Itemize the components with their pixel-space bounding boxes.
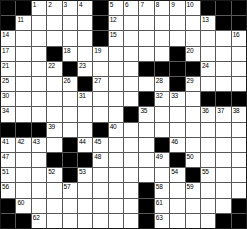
grid-cell[interactable]: [47, 138, 61, 152]
clue-number: 33: [171, 92, 178, 99]
grid-cell[interactable]: 40: [109, 123, 123, 137]
grid-cell[interactable]: [16, 31, 30, 45]
grid-cell[interactable]: 53: [78, 168, 92, 182]
block-cell: [170, 62, 184, 76]
grid-cell[interactable]: [32, 16, 46, 30]
grid-cell[interactable]: 35: [139, 107, 153, 121]
grid-cell[interactable]: [232, 138, 246, 152]
grid-cell[interactable]: 1: [32, 1, 46, 15]
grid-cell[interactable]: [170, 31, 184, 45]
block-cell: [201, 1, 215, 15]
grid-cell[interactable]: [124, 62, 138, 76]
grid-cell[interactable]: [155, 47, 169, 61]
grid-cell[interactable]: [109, 77, 123, 91]
block-cell: [1, 123, 15, 137]
grid-cell[interactable]: 52: [47, 168, 61, 182]
clue-number: 20: [187, 47, 194, 54]
block-cell: [232, 92, 246, 106]
grid-cell[interactable]: [155, 31, 169, 45]
grid-cell[interactable]: 2: [47, 1, 61, 15]
clue-number: 32: [156, 92, 163, 99]
grid-cell[interactable]: [139, 123, 153, 137]
block-cell: [186, 62, 200, 76]
clue-number: 13: [202, 16, 209, 23]
block-cell: [16, 123, 30, 137]
grid-cell[interactable]: [63, 16, 77, 30]
block-cell: [63, 138, 77, 152]
block-cell: [1, 214, 15, 228]
grid-cell[interactable]: 42: [16, 138, 30, 152]
grid-cell[interactable]: 8: [155, 1, 169, 15]
grid-cell[interactable]: 29: [186, 77, 200, 91]
grid-cell[interactable]: [109, 214, 123, 228]
clue-number: 38: [233, 107, 240, 114]
grid-cell[interactable]: [47, 107, 61, 121]
grid-cell[interactable]: [32, 183, 46, 197]
block-cell: [63, 168, 77, 182]
grid-cell[interactable]: [216, 168, 230, 182]
grid-cell[interactable]: [170, 107, 184, 121]
block-cell: [63, 62, 77, 76]
grid-cell[interactable]: [93, 214, 107, 228]
clue-number: 48: [94, 153, 101, 160]
grid-cell[interactable]: [124, 214, 138, 228]
clue-number: 9: [171, 1, 174, 8]
grid-cell[interactable]: [47, 16, 61, 30]
grid-cell[interactable]: [124, 47, 138, 61]
grid-cell[interactable]: [63, 92, 77, 106]
grid-cell[interactable]: [139, 31, 153, 45]
grid-cell[interactable]: [201, 47, 215, 61]
grid-cell[interactable]: [47, 77, 61, 91]
grid-cell[interactable]: [170, 123, 184, 137]
grid-cell[interactable]: [232, 123, 246, 137]
grid-cell[interactable]: [124, 138, 138, 152]
grid-cell[interactable]: [93, 107, 107, 121]
clue-number: 61: [156, 199, 163, 206]
clue-number: 18: [64, 47, 71, 54]
grid-cell[interactable]: [32, 168, 46, 182]
clue-number: 4: [79, 1, 82, 8]
grid-cell[interactable]: [232, 183, 246, 197]
clue-number: 50: [187, 153, 194, 160]
grid-cell[interactable]: [32, 31, 46, 45]
grid-cell[interactable]: [216, 123, 230, 137]
block-cell: [16, 1, 30, 15]
grid-cell[interactable]: 13: [201, 16, 215, 30]
clue-number: 26: [64, 77, 71, 84]
grid-cell[interactable]: [93, 92, 107, 106]
clue-number: 40: [110, 123, 117, 130]
grid-cell[interactable]: [78, 214, 92, 228]
grid-cell[interactable]: 11: [16, 16, 30, 30]
grid-cell[interactable]: 24: [201, 62, 215, 76]
block-cell: [124, 107, 138, 121]
clue-number: 57: [64, 183, 71, 190]
grid-cell[interactable]: 32: [155, 92, 169, 106]
grid-cell[interactable]: [93, 183, 107, 197]
grid-cell[interactable]: [124, 123, 138, 137]
grid-cell[interactable]: [16, 183, 30, 197]
grid-cell[interactable]: [47, 31, 61, 45]
clue-number: 53: [79, 168, 86, 175]
block-cell: [216, 1, 230, 15]
grid-cell[interactable]: [109, 107, 123, 121]
grid-cell[interactable]: [63, 199, 77, 213]
grid-cell[interactable]: [78, 107, 92, 121]
clue-number: 36: [202, 107, 209, 114]
grid-cell[interactable]: [186, 123, 200, 137]
grid-cell[interactable]: [232, 62, 246, 76]
grid-cell[interactable]: 60: [16, 199, 30, 213]
grid-cell[interactable]: [63, 123, 77, 137]
clue-number: 34: [2, 107, 9, 114]
grid-cell[interactable]: [109, 47, 123, 61]
block-cell: [93, 123, 107, 137]
grid-cell[interactable]: [78, 199, 92, 213]
block-cell: [216, 214, 230, 228]
clue-number: 49: [156, 153, 163, 160]
clue-number: 41: [2, 138, 9, 145]
clue-number: 55: [202, 168, 209, 175]
grid-cell[interactable]: [139, 138, 153, 152]
block-cell: [232, 1, 246, 15]
grid-cell[interactable]: 27: [93, 77, 107, 91]
grid-cell[interactable]: 7: [139, 1, 153, 15]
grid-cell[interactable]: [63, 214, 77, 228]
clue-number: 54: [171, 168, 178, 175]
grid-cell[interactable]: [124, 16, 138, 30]
grid-cell[interactable]: [216, 199, 230, 213]
block-cell: [93, 31, 107, 45]
clue-number: 52: [48, 168, 55, 175]
clue-number: 28: [156, 77, 163, 84]
grid-cell[interactable]: 47: [1, 153, 15, 167]
grid-cell[interactable]: [47, 183, 61, 197]
grid-cell[interactable]: 56: [1, 183, 15, 197]
grid-cell[interactable]: [32, 92, 46, 106]
grid-cell[interactable]: [93, 199, 107, 213]
block-cell: [63, 153, 77, 167]
grid-cell[interactable]: 58: [155, 183, 169, 197]
grid-cell[interactable]: [170, 214, 184, 228]
grid-cell[interactable]: 20: [186, 47, 200, 61]
grid-cell[interactable]: [155, 107, 169, 121]
grid-cell[interactable]: 6: [124, 1, 138, 15]
grid-cell[interactable]: 22: [47, 62, 61, 76]
block-cell: [170, 153, 184, 167]
clue-number: 43: [33, 138, 40, 145]
clue-number: 58: [156, 183, 163, 190]
grid-cell[interactable]: 51: [1, 168, 15, 182]
grid-cell[interactable]: [32, 153, 46, 167]
grid-cell[interactable]: 48: [93, 153, 107, 167]
clue-number: 63: [156, 214, 163, 221]
grid-cell[interactable]: [201, 214, 215, 228]
grid-cell[interactable]: [78, 47, 92, 61]
crossword-grid: 1234567891011121314151617181920212223242…: [0, 0, 247, 229]
grid-cell[interactable]: [216, 62, 230, 76]
grid-cell[interactable]: [201, 199, 215, 213]
grid-cell[interactable]: [186, 199, 200, 213]
grid-cell[interactable]: [201, 153, 215, 167]
grid-cell[interactable]: [109, 92, 123, 106]
grid-cell[interactable]: [124, 168, 138, 182]
grid-cell[interactable]: 23: [78, 62, 92, 76]
grid-cell[interactable]: [124, 31, 138, 45]
grid-cell[interactable]: [47, 92, 61, 106]
grid-cell[interactable]: [124, 77, 138, 91]
clue-number: 27: [94, 77, 101, 84]
grid-cell[interactable]: [16, 62, 30, 76]
grid-cell[interactable]: [16, 92, 30, 106]
grid-cell[interactable]: [47, 199, 61, 213]
grid-cell[interactable]: [124, 199, 138, 213]
block-cell: [155, 62, 169, 76]
grid-cell[interactable]: 10: [186, 1, 200, 15]
grid-cell[interactable]: 39: [47, 123, 61, 137]
clue-number: 5: [110, 1, 113, 8]
clue-number: 60: [17, 199, 24, 206]
grid-cell[interactable]: [109, 168, 123, 182]
grid-cell[interactable]: 59: [186, 183, 200, 197]
block-cell: [47, 153, 61, 167]
grid-cell[interactable]: 25: [1, 77, 15, 91]
grid-cell[interactable]: 9: [170, 1, 184, 15]
block-cell: [1, 16, 15, 30]
grid-cell[interactable]: [32, 107, 46, 121]
block-cell: [139, 183, 153, 197]
grid-cell[interactable]: [16, 107, 30, 121]
grid-cell[interactable]: [63, 107, 77, 121]
clue-number: 42: [17, 138, 24, 145]
grid-cell[interactable]: [139, 168, 153, 182]
grid-cell[interactable]: [78, 16, 92, 30]
clue-number: 1: [33, 1, 36, 8]
clue-number: 35: [140, 107, 147, 114]
clue-number: 45: [94, 138, 101, 145]
grid-cell[interactable]: [170, 16, 184, 30]
clue-number: 3: [64, 1, 67, 8]
grid-cell[interactable]: 21: [1, 62, 15, 76]
grid-cell[interactable]: 49: [155, 153, 169, 167]
grid-cell[interactable]: [16, 77, 30, 91]
grid-cell[interactable]: [16, 153, 30, 167]
clue-number: 22: [48, 62, 55, 69]
clue-number: 29: [187, 77, 194, 84]
grid-cell[interactable]: [186, 92, 200, 106]
grid-cell[interactable]: [47, 214, 61, 228]
clue-number: 62: [33, 214, 40, 221]
clue-number: 25: [2, 77, 9, 84]
block-cell: [1, 199, 15, 213]
grid-cell[interactable]: 44: [78, 138, 92, 152]
clue-number: 15: [110, 31, 117, 38]
grid-cell[interactable]: 26: [63, 77, 77, 91]
grid-cell[interactable]: [201, 77, 215, 91]
block-cell: [47, 47, 61, 61]
grid-cell[interactable]: [16, 168, 30, 182]
grid-cell[interactable]: 5: [109, 1, 123, 15]
grid-cell[interactable]: [139, 77, 153, 91]
grid-cell[interactable]: [109, 62, 123, 76]
grid-cell[interactable]: [124, 153, 138, 167]
grid-cell[interactable]: 45: [93, 138, 107, 152]
grid-cell[interactable]: 57: [63, 183, 77, 197]
block-cell: [232, 199, 246, 213]
clue-number: 24: [202, 62, 209, 69]
grid-cell[interactable]: [216, 31, 230, 45]
grid-cell[interactable]: 63: [155, 214, 169, 228]
grid-cell[interactable]: 14: [1, 31, 15, 45]
grid-cell[interactable]: [186, 214, 200, 228]
grid-cell[interactable]: 19: [93, 47, 107, 61]
grid-cell[interactable]: 50: [186, 153, 200, 167]
clue-number: 39: [48, 123, 55, 130]
block-cell: [78, 77, 92, 91]
grid-cell[interactable]: [109, 199, 123, 213]
block-cell: [139, 62, 153, 76]
grid-cell[interactable]: 61: [155, 199, 169, 213]
grid-cell[interactable]: [16, 47, 30, 61]
grid-cell[interactable]: 30: [1, 92, 15, 106]
grid-cell[interactable]: [109, 153, 123, 167]
grid-cell[interactable]: 43: [32, 138, 46, 152]
grid-cell[interactable]: [109, 183, 123, 197]
grid-cell[interactable]: 15: [109, 31, 123, 45]
grid-cell[interactable]: 28: [155, 77, 169, 91]
clue-number: 23: [79, 62, 86, 69]
clue-number: 51: [2, 168, 9, 175]
grid-cell[interactable]: [124, 92, 138, 106]
clue-number: 11: [17, 16, 23, 23]
clue-number: 10: [187, 1, 194, 8]
clue-number: 7: [140, 1, 143, 8]
grid-cell[interactable]: [170, 183, 184, 197]
clue-number: 2: [48, 1, 51, 8]
grid-cell[interactable]: [155, 123, 169, 137]
clue-number: 16: [233, 31, 240, 38]
block-cell: [155, 138, 169, 152]
block-cell: [201, 92, 215, 106]
clue-number: 31: [79, 92, 86, 99]
clue-number: 21: [2, 62, 9, 69]
clue-number: 30: [2, 92, 9, 99]
grid-cell[interactable]: [78, 183, 92, 197]
grid-cell[interactable]: 16: [232, 31, 246, 45]
block-cell: [93, 16, 107, 30]
grid-cell[interactable]: [63, 31, 77, 45]
clue-number: 37: [217, 107, 224, 114]
grid-cell[interactable]: [32, 199, 46, 213]
grid-cell[interactable]: [201, 31, 215, 45]
block-cell: [32, 123, 46, 137]
grid-cell[interactable]: 4: [78, 1, 92, 15]
grid-cell[interactable]: [232, 168, 246, 182]
grid-cell[interactable]: 41: [1, 138, 15, 152]
grid-cell[interactable]: [32, 47, 46, 61]
grid-cell[interactable]: 3: [63, 1, 77, 15]
block-cell: [170, 47, 184, 61]
block-cell: [232, 16, 246, 30]
clue-number: 17: [2, 47, 9, 54]
clue-number: 44: [79, 138, 86, 145]
grid-cell[interactable]: [216, 183, 230, 197]
clue-number: 6: [125, 1, 128, 8]
grid-cell[interactable]: 46: [170, 138, 184, 152]
grid-cell[interactable]: 38: [232, 107, 246, 121]
clue-number: 46: [171, 138, 178, 145]
grid-cell[interactable]: 55: [201, 168, 215, 182]
grid-cell[interactable]: [139, 153, 153, 167]
block-cell: [186, 168, 200, 182]
grid-cell[interactable]: [155, 16, 169, 30]
block-cell: [16, 214, 30, 228]
grid-cell[interactable]: [216, 153, 230, 167]
grid-cell[interactable]: [139, 47, 153, 61]
grid-cell[interactable]: [232, 77, 246, 91]
block-cell: [1, 1, 15, 15]
grid-cell[interactable]: [109, 138, 123, 152]
grid-cell[interactable]: [32, 62, 46, 76]
grid-cell[interactable]: 37: [216, 107, 230, 121]
grid-cell[interactable]: [201, 138, 215, 152]
grid-cell[interactable]: 17: [1, 47, 15, 61]
block-cell: [139, 214, 153, 228]
grid-cell[interactable]: [216, 77, 230, 91]
block-cell: [93, 1, 107, 15]
block-cell: [78, 153, 92, 167]
grid-cell[interactable]: [155, 168, 169, 182]
grid-cell[interactable]: [139, 16, 153, 30]
grid-cell[interactable]: [186, 31, 200, 45]
grid-cell[interactable]: 18: [63, 47, 77, 61]
grid-cell[interactable]: [232, 153, 246, 167]
grid-cell[interactable]: [201, 183, 215, 197]
clue-number: 47: [2, 153, 9, 160]
grid-cell[interactable]: 12: [109, 16, 123, 30]
clue-number: 56: [2, 183, 9, 190]
block-cell: [139, 199, 153, 213]
clue-number: 59: [187, 183, 194, 190]
grid-cell[interactable]: [78, 31, 92, 45]
block-cell: [216, 92, 230, 106]
grid-cell[interactable]: [170, 199, 184, 213]
grid-cell[interactable]: [216, 47, 230, 61]
clue-number: 19: [94, 47, 101, 54]
grid-cell[interactable]: [93, 168, 107, 182]
grid-cell[interactable]: 33: [170, 92, 184, 106]
grid-cell[interactable]: [232, 47, 246, 61]
grid-cell[interactable]: 34: [1, 107, 15, 121]
grid-cell[interactable]: [201, 123, 215, 137]
grid-cell[interactable]: 62: [32, 214, 46, 228]
grid-cell[interactable]: [78, 123, 92, 137]
grid-cell[interactable]: [32, 77, 46, 91]
grid-cell[interactable]: 54: [170, 168, 184, 182]
grid-cell[interactable]: [93, 62, 107, 76]
block-cell: [139, 92, 153, 106]
clue-number: 8: [156, 1, 159, 8]
grid-cell[interactable]: 31: [78, 92, 92, 106]
grid-cell[interactable]: [186, 107, 200, 121]
clue-number: 14: [2, 31, 9, 38]
grid-cell[interactable]: [216, 138, 230, 152]
grid-cell[interactable]: 36: [201, 107, 215, 121]
grid-cell[interactable]: [124, 183, 138, 197]
grid-cell[interactable]: [186, 138, 200, 152]
grid-cell[interactable]: [186, 16, 200, 30]
